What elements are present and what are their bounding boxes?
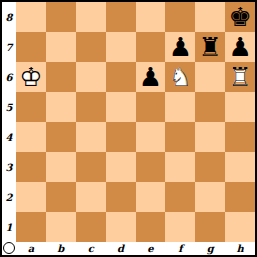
square-h2[interactable] [225, 182, 255, 212]
square-d1[interactable] [106, 212, 136, 242]
rank-label-5: 5 [2, 92, 16, 122]
square-a6[interactable]: ♚♔ [16, 62, 46, 92]
square-h1[interactable] [225, 212, 255, 242]
square-g8[interactable] [195, 2, 225, 32]
rank-labels: 87654321 [2, 2, 16, 242]
piece-black-rook: ♜ [195, 32, 225, 62]
square-e8[interactable] [136, 2, 166, 32]
square-b2[interactable] [46, 182, 76, 212]
square-a5[interactable] [16, 92, 46, 122]
rank-label-3: 3 [2, 152, 16, 182]
square-h6[interactable]: ♜♖ [225, 62, 255, 92]
square-a8[interactable] [16, 2, 46, 32]
piece-black-king: ♚ [225, 2, 255, 32]
square-b1[interactable] [46, 212, 76, 242]
square-d7[interactable] [106, 32, 136, 62]
rank-label-8: 8 [2, 2, 16, 32]
square-e3[interactable] [136, 152, 166, 182]
square-f1[interactable] [165, 212, 195, 242]
square-d2[interactable] [106, 182, 136, 212]
rank-label-7: 7 [2, 32, 16, 62]
square-c2[interactable] [76, 182, 106, 212]
square-f3[interactable] [165, 152, 195, 182]
square-a3[interactable] [16, 152, 46, 182]
square-c1[interactable] [76, 212, 106, 242]
square-e4[interactable] [136, 122, 166, 152]
square-f6[interactable]: ♞♘ [165, 62, 195, 92]
square-h4[interactable] [225, 122, 255, 152]
square-h7[interactable]: ♟ [225, 32, 255, 62]
square-g3[interactable] [195, 152, 225, 182]
square-f5[interactable] [165, 92, 195, 122]
square-f4[interactable] [165, 122, 195, 152]
square-d6[interactable] [106, 62, 136, 92]
file-label-c: c [76, 242, 106, 255]
file-label-g: g [195, 242, 225, 255]
piece-black-pawn: ♟ [165, 32, 195, 62]
piece-white-king: ♚♔ [16, 62, 46, 92]
file-label-a: a [16, 242, 46, 255]
square-a7[interactable] [16, 32, 46, 62]
square-a1[interactable] [16, 212, 46, 242]
square-b6[interactable] [46, 62, 76, 92]
file-labels: abcdefgh [16, 242, 255, 255]
chess-diagram: 87654321 ♚♟♜♟♚♔♟♞♘♜♖ abcdefgh [0, 0, 257, 257]
square-b7[interactable] [46, 32, 76, 62]
square-b4[interactable] [46, 122, 76, 152]
square-g1[interactable] [195, 212, 225, 242]
square-d3[interactable] [106, 152, 136, 182]
rank-label-1: 1 [2, 212, 16, 242]
square-a4[interactable] [16, 122, 46, 152]
square-b5[interactable] [46, 92, 76, 122]
piece-black-pawn: ♟ [136, 62, 166, 92]
square-a2[interactable] [16, 182, 46, 212]
file-label-f: f [165, 242, 195, 255]
square-h3[interactable] [225, 152, 255, 182]
square-e1[interactable] [136, 212, 166, 242]
square-e6[interactable]: ♟ [136, 62, 166, 92]
file-label-e: e [136, 242, 166, 255]
square-g5[interactable] [195, 92, 225, 122]
square-h8[interactable]: ♚ [225, 2, 255, 32]
square-d4[interactable] [106, 122, 136, 152]
white-to-move-indicator [3, 242, 15, 254]
rank-label-2: 2 [2, 182, 16, 212]
square-d5[interactable] [106, 92, 136, 122]
square-b3[interactable] [46, 152, 76, 182]
square-f7[interactable]: ♟ [165, 32, 195, 62]
square-g4[interactable] [195, 122, 225, 152]
square-g7[interactable]: ♜ [195, 32, 225, 62]
square-f2[interactable] [165, 182, 195, 212]
piece-black-pawn: ♟ [225, 32, 255, 62]
square-c7[interactable] [76, 32, 106, 62]
square-e5[interactable] [136, 92, 166, 122]
square-c6[interactable] [76, 62, 106, 92]
rank-label-6: 6 [2, 62, 16, 92]
file-label-d: d [106, 242, 136, 255]
square-g2[interactable] [195, 182, 225, 212]
file-label-h: h [225, 242, 255, 255]
file-label-b: b [46, 242, 76, 255]
square-c3[interactable] [76, 152, 106, 182]
square-e2[interactable] [136, 182, 166, 212]
square-b8[interactable] [46, 2, 76, 32]
square-h5[interactable] [225, 92, 255, 122]
piece-white-knight: ♞♘ [165, 62, 195, 92]
piece-white-rook: ♜♖ [225, 62, 255, 92]
square-g6[interactable] [195, 62, 225, 92]
square-c4[interactable] [76, 122, 106, 152]
square-f8[interactable] [165, 2, 195, 32]
rank-label-4: 4 [2, 122, 16, 152]
chess-board: ♚♟♜♟♚♔♟♞♘♜♖ [16, 2, 255, 242]
square-e7[interactable] [136, 32, 166, 62]
square-c8[interactable] [76, 2, 106, 32]
square-c5[interactable] [76, 92, 106, 122]
square-d8[interactable] [106, 2, 136, 32]
